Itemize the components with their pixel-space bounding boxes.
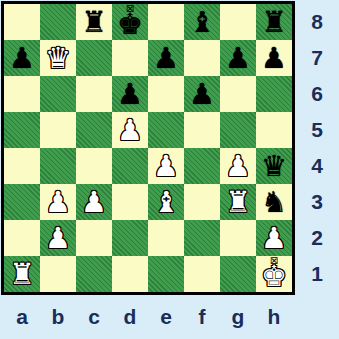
chess-board-frame: ♜♚⊠♝♜♟♛♟♟♟♟♟♟♟♟♛♟♟♝♜♞♟♟♜♚⊠ bbox=[1, 1, 295, 295]
square-g4[interactable]: ♟ bbox=[220, 148, 256, 184]
square-h2[interactable]: ♟ bbox=[256, 220, 292, 256]
square-e5[interactable] bbox=[148, 112, 184, 148]
square-f6[interactable]: ♟ bbox=[184, 76, 220, 112]
file-label-h: h bbox=[256, 295, 292, 339]
black-pawn[interactable]: ♟ bbox=[220, 40, 256, 76]
square-c6[interactable] bbox=[76, 76, 112, 112]
square-h3[interactable]: ♞ bbox=[256, 184, 292, 220]
white-pawn[interactable]: ♟ bbox=[76, 184, 112, 220]
black-queen[interactable]: ♛ bbox=[256, 148, 292, 184]
black-rook[interactable]: ♜ bbox=[256, 4, 292, 40]
square-d8[interactable]: ♚⊠ bbox=[112, 4, 148, 40]
black-pawn[interactable]: ♟ bbox=[4, 40, 40, 76]
white-rook[interactable]: ♜ bbox=[4, 256, 40, 292]
square-c8[interactable]: ♜ bbox=[76, 4, 112, 40]
square-c7[interactable] bbox=[76, 40, 112, 76]
white-bishop[interactable]: ♝ bbox=[148, 184, 184, 220]
square-d6[interactable]: ♟ bbox=[112, 76, 148, 112]
white-pawn[interactable]: ♟ bbox=[148, 148, 184, 184]
rank-label-6: 6 bbox=[295, 76, 339, 112]
square-g3[interactable]: ♜ bbox=[220, 184, 256, 220]
square-b5[interactable] bbox=[40, 112, 76, 148]
file-label-a: a bbox=[4, 295, 40, 339]
square-g5[interactable] bbox=[220, 112, 256, 148]
square-e4[interactable]: ♟ bbox=[148, 148, 184, 184]
square-g6[interactable] bbox=[220, 76, 256, 112]
square-f1[interactable] bbox=[184, 256, 220, 292]
square-b6[interactable] bbox=[40, 76, 76, 112]
file-label-g: g bbox=[220, 295, 256, 339]
file-label-f: f bbox=[184, 295, 220, 339]
rank-label-3: 3 bbox=[295, 184, 339, 220]
file-label-d: d bbox=[112, 295, 148, 339]
rank-label-2: 2 bbox=[295, 220, 339, 256]
square-d3[interactable] bbox=[112, 184, 148, 220]
square-b2[interactable]: ♟ bbox=[40, 220, 76, 256]
square-c1[interactable] bbox=[76, 256, 112, 292]
black-pawn[interactable]: ♟ bbox=[184, 76, 220, 112]
square-d5[interactable]: ♟ bbox=[112, 112, 148, 148]
file-label-e: e bbox=[148, 295, 184, 339]
square-f3[interactable] bbox=[184, 184, 220, 220]
rank-label-4: 4 bbox=[295, 148, 339, 184]
square-h5[interactable] bbox=[256, 112, 292, 148]
square-a8[interactable] bbox=[4, 4, 40, 40]
square-f2[interactable] bbox=[184, 220, 220, 256]
white-pawn[interactable]: ♟ bbox=[40, 184, 76, 220]
square-e7[interactable]: ♟ bbox=[148, 40, 184, 76]
chess-board: ♜♚⊠♝♜♟♛♟♟♟♟♟♟♟♟♛♟♟♝♜♞♟♟♜♚⊠ bbox=[4, 4, 292, 292]
square-b3[interactable]: ♟ bbox=[40, 184, 76, 220]
square-c4[interactable] bbox=[76, 148, 112, 184]
square-d7[interactable] bbox=[112, 40, 148, 76]
square-f7[interactable] bbox=[184, 40, 220, 76]
square-h4[interactable]: ♛ bbox=[256, 148, 292, 184]
square-f5[interactable] bbox=[184, 112, 220, 148]
square-a7[interactable]: ♟ bbox=[4, 40, 40, 76]
square-h1[interactable]: ♚⊠ bbox=[256, 256, 292, 292]
square-g8[interactable] bbox=[220, 4, 256, 40]
black-pawn[interactable]: ♟ bbox=[112, 76, 148, 112]
square-g2[interactable] bbox=[220, 220, 256, 256]
square-a5[interactable] bbox=[4, 112, 40, 148]
black-pawn[interactable]: ♟ bbox=[148, 40, 184, 76]
square-e6[interactable] bbox=[148, 76, 184, 112]
square-b8[interactable] bbox=[40, 4, 76, 40]
square-d1[interactable] bbox=[112, 256, 148, 292]
square-d4[interactable] bbox=[112, 148, 148, 184]
square-h7[interactable]: ♟ bbox=[256, 40, 292, 76]
square-e2[interactable] bbox=[148, 220, 184, 256]
square-f4[interactable] bbox=[184, 148, 220, 184]
square-c5[interactable] bbox=[76, 112, 112, 148]
king-cross-marker-icon: ⊠ bbox=[270, 256, 278, 266]
square-e3[interactable]: ♝ bbox=[148, 184, 184, 220]
file-label-b: b bbox=[40, 295, 76, 339]
king-cross-marker-icon: ⊠ bbox=[126, 4, 134, 14]
black-pawn[interactable]: ♟ bbox=[256, 40, 292, 76]
square-c2[interactable] bbox=[76, 220, 112, 256]
rank-label-7: 7 bbox=[295, 40, 339, 76]
square-e8[interactable] bbox=[148, 4, 184, 40]
square-g7[interactable]: ♟ bbox=[220, 40, 256, 76]
square-b4[interactable] bbox=[40, 148, 76, 184]
square-a4[interactable] bbox=[4, 148, 40, 184]
square-e1[interactable] bbox=[148, 256, 184, 292]
square-h8[interactable]: ♜ bbox=[256, 4, 292, 40]
file-labels: abcdefgh bbox=[4, 295, 292, 339]
rank-labels: 87654321 bbox=[295, 4, 339, 292]
white-queen[interactable]: ♛ bbox=[40, 40, 76, 76]
square-b1[interactable] bbox=[40, 256, 76, 292]
chess-app-window: ♜♚⊠♝♜♟♛♟♟♟♟♟♟♟♟♛♟♟♝♜♞♟♟♜♚⊠ 87654321 abcd… bbox=[0, 0, 339, 339]
rank-label-8: 8 bbox=[295, 4, 339, 40]
white-pawn[interactable]: ♟ bbox=[256, 220, 292, 256]
square-a3[interactable] bbox=[4, 184, 40, 220]
square-a2[interactable] bbox=[4, 220, 40, 256]
square-a6[interactable] bbox=[4, 76, 40, 112]
black-bishop[interactable]: ♝ bbox=[184, 4, 220, 40]
file-label-c: c bbox=[76, 295, 112, 339]
rank-label-5: 5 bbox=[295, 112, 339, 148]
square-g1[interactable] bbox=[220, 256, 256, 292]
white-pawn[interactable]: ♟ bbox=[40, 220, 76, 256]
square-c3[interactable]: ♟ bbox=[76, 184, 112, 220]
black-rook[interactable]: ♜ bbox=[76, 4, 112, 40]
square-b7[interactable]: ♛ bbox=[40, 40, 76, 76]
white-pawn[interactable]: ♟ bbox=[112, 112, 148, 148]
rank-label-1: 1 bbox=[295, 256, 339, 292]
white-rook[interactable]: ♜ bbox=[220, 184, 256, 220]
square-a1[interactable]: ♜ bbox=[4, 256, 40, 292]
square-h6[interactable] bbox=[256, 76, 292, 112]
square-f8[interactable]: ♝ bbox=[184, 4, 220, 40]
white-pawn[interactable]: ♟ bbox=[220, 148, 256, 184]
black-knight[interactable]: ♞ bbox=[256, 184, 292, 220]
square-d2[interactable] bbox=[112, 220, 148, 256]
